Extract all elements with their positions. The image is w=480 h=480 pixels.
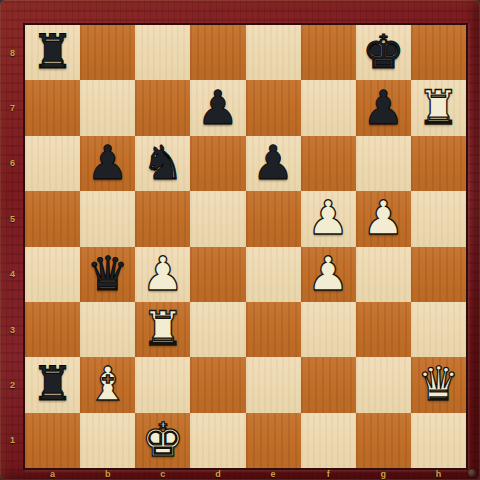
rank-label-5: 5	[0, 191, 25, 246]
square-c5[interactable]	[135, 191, 190, 246]
rank-label-7: 7	[0, 80, 25, 135]
file-labels: abcdefgh	[25, 468, 466, 480]
file-label-g: g	[356, 468, 411, 480]
square-d6[interactable]	[190, 136, 245, 191]
file-label-f: f	[301, 468, 356, 480]
chess-board-frame: ♜♚♟♟♜♟♞♟♟♟♛♟♟♜♜♝♛♚ 87654321 abcdefgh	[0, 0, 480, 480]
square-e4[interactable]	[246, 247, 301, 302]
square-g5[interactable]: ♟	[356, 191, 411, 246]
square-h5[interactable]	[411, 191, 466, 246]
piece-white-pawn-g5[interactable]: ♟	[362, 194, 404, 241]
file-label-c: c	[135, 468, 190, 480]
square-h3[interactable]	[411, 302, 466, 357]
square-f4[interactable]: ♟	[301, 247, 356, 302]
chess-board: ♜♚♟♟♜♟♞♟♟♟♛♟♟♜♜♝♛♚	[25, 25, 466, 468]
file-label-e: e	[246, 468, 301, 480]
square-a4[interactable]	[25, 247, 80, 302]
piece-black-king-g8[interactable]: ♚	[362, 28, 404, 75]
square-d5[interactable]	[190, 191, 245, 246]
square-d1[interactable]	[190, 413, 245, 468]
square-c2[interactable]	[135, 357, 190, 412]
square-g3[interactable]	[356, 302, 411, 357]
piece-white-rook-h7[interactable]: ♜	[417, 84, 459, 131]
frame-stud-icon	[468, 469, 476, 477]
square-e2[interactable]	[246, 357, 301, 412]
square-a3[interactable]	[25, 302, 80, 357]
square-g6[interactable]	[356, 136, 411, 191]
square-g2[interactable]	[356, 357, 411, 412]
square-b3[interactable]	[80, 302, 135, 357]
square-d7[interactable]: ♟	[190, 80, 245, 135]
square-b7[interactable]	[80, 80, 135, 135]
piece-black-pawn-d7[interactable]: ♟	[197, 84, 239, 131]
square-e1[interactable]	[246, 413, 301, 468]
rank-label-6: 6	[0, 136, 25, 191]
square-f5[interactable]: ♟	[301, 191, 356, 246]
piece-white-queen-h2[interactable]: ♛	[417, 360, 459, 407]
square-f6[interactable]	[301, 136, 356, 191]
square-a2[interactable]: ♜	[25, 357, 80, 412]
piece-black-pawn-b6[interactable]: ♟	[87, 139, 129, 186]
square-h8[interactable]	[411, 25, 466, 80]
piece-white-rook-c3[interactable]: ♜	[142, 305, 184, 352]
square-f8[interactable]	[301, 25, 356, 80]
square-g1[interactable]	[356, 413, 411, 468]
square-g7[interactable]: ♟	[356, 80, 411, 135]
square-c1[interactable]: ♚	[135, 413, 190, 468]
piece-white-pawn-f4[interactable]: ♟	[307, 250, 349, 297]
piece-white-king-c1[interactable]: ♚	[142, 416, 184, 463]
square-f7[interactable]	[301, 80, 356, 135]
square-h2[interactable]: ♛	[411, 357, 466, 412]
rank-label-3: 3	[0, 302, 25, 357]
rank-label-4: 4	[0, 247, 25, 302]
file-label-d: d	[190, 468, 245, 480]
piece-black-queen-b4[interactable]: ♛	[87, 250, 129, 297]
rank-label-2: 2	[0, 357, 25, 412]
square-f1[interactable]	[301, 413, 356, 468]
square-g4[interactable]	[356, 247, 411, 302]
square-h1[interactable]	[411, 413, 466, 468]
square-c7[interactable]	[135, 80, 190, 135]
piece-black-knight-c6[interactable]: ♞	[142, 139, 184, 186]
rank-label-1: 1	[0, 413, 25, 468]
square-b4[interactable]: ♛	[80, 247, 135, 302]
square-b8[interactable]	[80, 25, 135, 80]
piece-black-pawn-g7[interactable]: ♟	[362, 84, 404, 131]
square-a1[interactable]	[25, 413, 80, 468]
piece-white-bishop-b2[interactable]: ♝	[87, 360, 129, 407]
square-e6[interactable]: ♟	[246, 136, 301, 191]
square-e7[interactable]	[246, 80, 301, 135]
piece-black-rook-a8[interactable]: ♜	[31, 28, 73, 75]
piece-black-pawn-e6[interactable]: ♟	[252, 139, 294, 186]
piece-white-pawn-f5[interactable]: ♟	[307, 194, 349, 241]
square-a8[interactable]: ♜	[25, 25, 80, 80]
square-d2[interactable]	[190, 357, 245, 412]
square-e5[interactable]	[246, 191, 301, 246]
square-b2[interactable]: ♝	[80, 357, 135, 412]
square-d8[interactable]	[190, 25, 245, 80]
square-a6[interactable]	[25, 136, 80, 191]
piece-black-rook-a2[interactable]: ♜	[31, 360, 73, 407]
square-a7[interactable]	[25, 80, 80, 135]
square-e3[interactable]	[246, 302, 301, 357]
piece-white-pawn-c4[interactable]: ♟	[142, 250, 184, 297]
square-b1[interactable]	[80, 413, 135, 468]
square-c8[interactable]	[135, 25, 190, 80]
file-label-h: h	[411, 468, 466, 480]
square-g8[interactable]: ♚	[356, 25, 411, 80]
square-f2[interactable]	[301, 357, 356, 412]
file-label-b: b	[80, 468, 135, 480]
square-b6[interactable]: ♟	[80, 136, 135, 191]
file-label-a: a	[25, 468, 80, 480]
square-c3[interactable]: ♜	[135, 302, 190, 357]
square-c6[interactable]: ♞	[135, 136, 190, 191]
square-d3[interactable]	[190, 302, 245, 357]
square-c4[interactable]: ♟	[135, 247, 190, 302]
square-b5[interactable]	[80, 191, 135, 246]
square-h7[interactable]: ♜	[411, 80, 466, 135]
rank-label-8: 8	[0, 25, 25, 80]
rank-labels: 87654321	[0, 25, 25, 468]
square-h6[interactable]	[411, 136, 466, 191]
square-a5[interactable]	[25, 191, 80, 246]
square-f3[interactable]	[301, 302, 356, 357]
square-e8[interactable]	[246, 25, 301, 80]
square-d4[interactable]	[190, 247, 245, 302]
square-h4[interactable]	[411, 247, 466, 302]
